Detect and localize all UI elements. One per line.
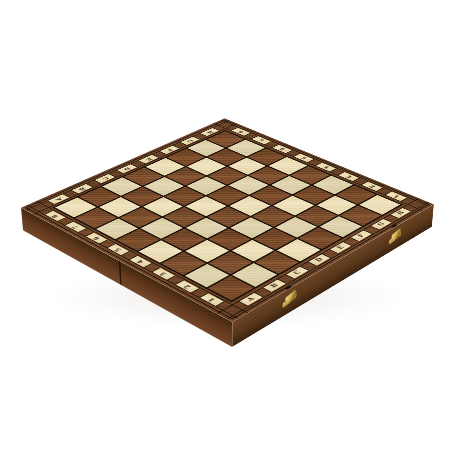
- coord-plate-file-f: F: [350, 230, 372, 242]
- square-c4: [185, 218, 227, 239]
- coord-plate-file-d: D: [307, 254, 330, 266]
- coord-label: H: [205, 130, 214, 134]
- square-b2: [208, 251, 252, 274]
- square-c1: [255, 251, 299, 274]
- board-top-face: ABCDEFGH ABCDEFGH 87654321 87654321: [21, 118, 434, 322]
- coord-label: B: [77, 186, 87, 191]
- coord-label: 2: [182, 284, 192, 289]
- coord-label: 3: [344, 175, 352, 179]
- coord-label: 7: [70, 225, 79, 230]
- coord-label: 4: [135, 259, 145, 264]
- square-g1: [340, 206, 381, 226]
- coord-plate-rank-8: 8: [44, 211, 65, 222]
- square-a3: [161, 252, 205, 275]
- coord-label: C: [100, 176, 109, 180]
- coord-label: 7: [257, 139, 265, 143]
- product-photo: ABCDEFGH ABCDEFGH 87654321 87654321: [0, 0, 450, 450]
- square-e1: [299, 228, 341, 249]
- square-a1: [208, 276, 253, 300]
- coord-plate-rank-6: 6: [85, 233, 107, 245]
- coord-label: E: [335, 245, 345, 250]
- coord-label: 6: [278, 147, 286, 151]
- square-a4: [139, 240, 182, 262]
- coord-label: 1: [206, 297, 216, 303]
- coord-plate-rank-2: 2: [175, 280, 199, 293]
- coord-plate-rank-3: 3: [151, 268, 175, 281]
- coord-label: A: [54, 197, 63, 201]
- coord-plate-file-b: B: [262, 279, 286, 292]
- scene: ABCDEFGH ABCDEFGH 87654321 87654321: [0, 0, 450, 450]
- coord-label: 5: [299, 156, 307, 160]
- square-c3: [208, 228, 251, 250]
- brass-latch-icon: [285, 289, 297, 305]
- coord-label: H: [395, 210, 405, 215]
- chess-board: ABCDEFGH ABCDEFGH 87654321 87654321: [21, 118, 434, 322]
- square-b4: [162, 229, 205, 251]
- square-e3: [252, 206, 293, 226]
- coord-label: G: [185, 139, 194, 143]
- coord-strip-southeast: ABCDEFGH: [216, 198, 429, 319]
- coord-label: 3: [158, 271, 168, 276]
- coord-label: D: [314, 257, 325, 263]
- square-a7: [75, 208, 116, 228]
- coord-label: 8: [50, 214, 59, 218]
- coord-plate-rank-1: 1: [199, 293, 224, 306]
- brass-latch-icon: [391, 228, 401, 243]
- coord-plate-rank-4: 4: [129, 256, 152, 268]
- coord-plate-rank-5: 5: [106, 244, 129, 256]
- coord-label: 8: [236, 130, 244, 134]
- square-f2: [296, 206, 337, 226]
- coord-label: 2: [367, 184, 376, 188]
- square-d1: [277, 239, 320, 261]
- coord-plate-file-c: C: [285, 266, 308, 279]
- coord-plate-file-a: A: [238, 292, 262, 306]
- coord-strip-southwest: 87654321: [26, 201, 248, 319]
- coord-label: C: [292, 270, 302, 275]
- coord-label: 5: [113, 247, 123, 252]
- square-a2: [184, 264, 229, 288]
- coord-label: 6: [91, 236, 101, 241]
- square-b5: [141, 218, 183, 239]
- coord-plate-file-h: H: [390, 207, 411, 218]
- coord-label: 1: [392, 194, 401, 198]
- square-a5: [117, 229, 160, 251]
- square-d2: [253, 228, 295, 250]
- square-f1: [320, 216, 362, 237]
- square-d3: [230, 217, 272, 238]
- square-c5: [164, 207, 205, 227]
- coord-plate-file-g: G: [370, 218, 391, 229]
- square-b3: [185, 240, 228, 262]
- coord-label: G: [376, 222, 386, 227]
- coord-label: D: [122, 166, 131, 170]
- coord-label: E: [144, 157, 153, 161]
- square-e2: [275, 217, 317, 238]
- fold-seam: [119, 261, 121, 285]
- coord-plate-file-e: E: [329, 241, 351, 253]
- square-b1: [232, 263, 277, 287]
- coord-label: B: [269, 283, 280, 289]
- coord-label: F: [165, 148, 173, 152]
- square-a6: [96, 218, 138, 239]
- square-b6: [119, 207, 160, 227]
- square-d4: [208, 207, 249, 227]
- coord-label: A: [245, 296, 256, 302]
- coord-label: 4: [321, 165, 329, 169]
- coord-label: F: [356, 233, 366, 238]
- square-c2: [231, 240, 274, 262]
- coord-plate-rank-7: 7: [64, 221, 86, 232]
